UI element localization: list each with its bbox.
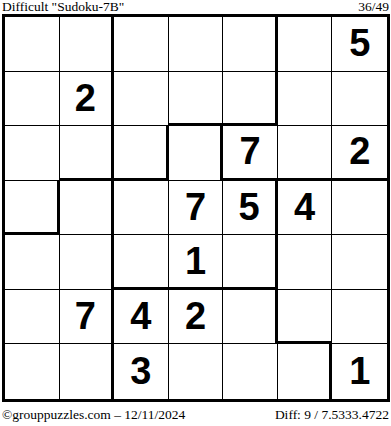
cell-r2c7[interactable] bbox=[332, 72, 387, 127]
cell-r3c2[interactable] bbox=[60, 126, 115, 181]
cell-r6c7[interactable] bbox=[332, 290, 387, 345]
cell-r6c2: 7 bbox=[60, 290, 115, 345]
cell-r1c3[interactable] bbox=[114, 17, 169, 72]
cell-r3c3[interactable] bbox=[114, 126, 169, 181]
sudoku-board[interactable]: 5272754174231 bbox=[2, 14, 390, 402]
cell-r3c6[interactable] bbox=[278, 126, 333, 181]
cell-r1c7: 5 bbox=[332, 17, 387, 72]
cell-r6c5[interactable] bbox=[223, 290, 278, 345]
cell-r7c3: 3 bbox=[114, 344, 169, 399]
puzzle-title: Difficult "Sudoku-7B" bbox=[2, 0, 124, 13]
cell-r5c7[interactable] bbox=[332, 235, 387, 290]
cell-r7c6[interactable] bbox=[278, 344, 333, 399]
cell-r2c1[interactable] bbox=[5, 72, 60, 127]
cell-r7c7: 1 bbox=[332, 344, 387, 399]
cell-r6c4: 2 bbox=[169, 290, 224, 345]
cell-r3c7: 2 bbox=[332, 126, 387, 181]
cell-r5c4: 1 bbox=[169, 235, 224, 290]
cell-r5c3[interactable] bbox=[114, 235, 169, 290]
cell-r3c4[interactable] bbox=[169, 126, 224, 181]
cell-r3c1[interactable] bbox=[5, 126, 60, 181]
cell-r4c5: 5 bbox=[223, 181, 278, 236]
cell-r7c1[interactable] bbox=[5, 344, 60, 399]
cell-r4c3[interactable] bbox=[114, 181, 169, 236]
cell-r4c6: 4 bbox=[278, 181, 333, 236]
footer: ©grouppuzzles.com – 12/11/2024 Diff: 9 /… bbox=[0, 402, 391, 422]
cell-r3c5: 7 bbox=[223, 126, 278, 181]
cell-r7c2[interactable] bbox=[60, 344, 115, 399]
cell-r6c1[interactable] bbox=[5, 290, 60, 345]
cell-r6c6[interactable] bbox=[278, 290, 333, 345]
cell-r2c6[interactable] bbox=[278, 72, 333, 127]
cell-r1c2[interactable] bbox=[60, 17, 115, 72]
cell-r7c4[interactable] bbox=[169, 344, 224, 399]
cell-r4c1[interactable] bbox=[5, 181, 60, 236]
copyright-text: ©grouppuzzles.com – 12/11/2024 bbox=[2, 408, 185, 422]
cell-r6c3: 4 bbox=[114, 290, 169, 345]
puzzle-page: Difficult "Sudoku-7B" 36/49 527275417423… bbox=[0, 0, 391, 426]
cell-r2c4[interactable] bbox=[169, 72, 224, 127]
cell-r1c6[interactable] bbox=[278, 17, 333, 72]
difficulty-text: Diff: 9 / 7.5333.4722 bbox=[275, 408, 389, 422]
cell-r2c5[interactable] bbox=[223, 72, 278, 127]
cell-r1c5[interactable] bbox=[223, 17, 278, 72]
cell-r2c2: 2 bbox=[60, 72, 115, 127]
cell-r5c1[interactable] bbox=[5, 235, 60, 290]
cell-r1c4[interactable] bbox=[169, 17, 224, 72]
cell-r4c4: 7 bbox=[169, 181, 224, 236]
cell-counter: 36/49 bbox=[358, 0, 389, 13]
cell-r5c5[interactable] bbox=[223, 235, 278, 290]
cell-r4c7[interactable] bbox=[332, 181, 387, 236]
header: Difficult "Sudoku-7B" 36/49 bbox=[0, 0, 391, 14]
cell-r2c3[interactable] bbox=[114, 72, 169, 127]
cell-r5c6[interactable] bbox=[278, 235, 333, 290]
cell-r1c1[interactable] bbox=[5, 17, 60, 72]
cell-r5c2[interactable] bbox=[60, 235, 115, 290]
cell-r7c5[interactable] bbox=[223, 344, 278, 399]
cell-r4c2[interactable] bbox=[60, 181, 115, 236]
